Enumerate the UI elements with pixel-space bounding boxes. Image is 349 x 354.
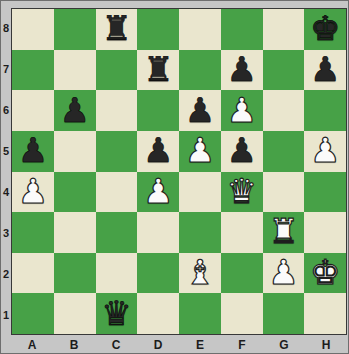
piece-black-rook[interactable]: ♜ [101,11,131,45]
square-c5[interactable] [96,131,138,172]
square-g1[interactable] [263,293,305,334]
file-label-c: C [95,337,137,352]
square-b4[interactable] [54,172,96,213]
square-e6[interactable]: ♟ [179,90,221,131]
square-g4[interactable] [263,172,305,213]
file-labels: A B C D E F G H [11,337,347,352]
square-d1[interactable] [137,293,179,334]
file-label-d: D [137,337,179,352]
square-f1[interactable] [221,293,263,334]
piece-white-pawn[interactable]: ♟ [185,133,215,167]
file-label-e: E [179,337,221,352]
piece-black-pawn[interactable]: ♟ [226,133,256,167]
square-e1[interactable] [179,293,221,334]
square-c8[interactable]: ♜ [96,9,138,50]
square-d3[interactable] [137,212,179,253]
file-label-h: H [305,337,347,352]
square-d8[interactable] [137,9,179,50]
chess-board: ♜♚♜♟♟♟♟♟♟♟♟♟♟♟♟♛♜♝♟♚♛ [11,8,347,335]
square-c3[interactable] [96,212,138,253]
square-b7[interactable] [54,50,96,91]
rank-label-5: 5 [1,131,11,172]
piece-black-rook[interactable]: ♜ [143,52,173,86]
square-a5[interactable]: ♟ [12,131,54,172]
square-a1[interactable] [12,293,54,334]
square-h7[interactable]: ♟ [304,50,346,91]
square-g2[interactable]: ♟ [263,253,305,294]
square-e7[interactable] [179,50,221,91]
file-label-b: B [53,337,95,352]
square-a6[interactable] [12,90,54,131]
square-e2[interactable]: ♝ [179,253,221,294]
square-h1[interactable] [304,293,346,334]
square-a3[interactable] [12,212,54,253]
piece-black-pawn[interactable]: ♟ [310,52,340,86]
piece-white-pawn[interactable]: ♟ [226,93,256,127]
square-c2[interactable] [96,253,138,294]
piece-black-queen[interactable]: ♛ [101,296,131,330]
square-e5[interactable]: ♟ [179,131,221,172]
square-c1[interactable]: ♛ [96,293,138,334]
square-f8[interactable] [221,9,263,50]
square-e3[interactable] [179,212,221,253]
square-c4[interactable] [96,172,138,213]
piece-white-king[interactable]: ♚ [310,255,340,289]
square-b2[interactable] [54,253,96,294]
square-d4[interactable]: ♟ [137,172,179,213]
rank-label-3: 3 [1,212,11,253]
piece-black-pawn[interactable]: ♟ [226,52,256,86]
piece-white-pawn[interactable]: ♟ [143,174,173,208]
square-e4[interactable] [179,172,221,213]
rank-label-1: 1 [1,294,11,335]
square-f6[interactable]: ♟ [221,90,263,131]
square-f7[interactable]: ♟ [221,50,263,91]
square-a8[interactable] [12,9,54,50]
rank-label-2: 2 [1,253,11,294]
square-g3[interactable]: ♜ [263,212,305,253]
square-c7[interactable] [96,50,138,91]
square-g7[interactable] [263,50,305,91]
square-b5[interactable] [54,131,96,172]
square-a2[interactable] [12,253,54,294]
square-f4[interactable]: ♛ [221,172,263,213]
file-label-a: A [11,337,53,352]
piece-white-pawn[interactable]: ♟ [18,174,48,208]
square-c6[interactable] [96,90,138,131]
square-b8[interactable] [54,9,96,50]
square-d5[interactable]: ♟ [137,131,179,172]
square-g5[interactable] [263,131,305,172]
piece-white-pawn[interactable]: ♟ [268,255,298,289]
piece-black-pawn[interactable]: ♟ [143,133,173,167]
rank-labels: 8 7 6 5 4 3 2 1 [1,8,11,335]
piece-white-rook[interactable]: ♜ [268,214,298,248]
square-h5[interactable]: ♟ [304,131,346,172]
piece-black-pawn[interactable]: ♟ [185,93,215,127]
piece-black-pawn[interactable]: ♟ [59,93,89,127]
square-d2[interactable] [137,253,179,294]
square-d6[interactable] [137,90,179,131]
piece-black-king[interactable]: ♚ [310,11,340,45]
square-b3[interactable] [54,212,96,253]
square-b1[interactable] [54,293,96,334]
piece-white-bishop[interactable]: ♝ [185,255,215,289]
square-h3[interactable] [304,212,346,253]
square-h4[interactable] [304,172,346,213]
rank-label-6: 6 [1,90,11,131]
piece-white-pawn[interactable]: ♟ [310,133,340,167]
square-b6[interactable]: ♟ [54,90,96,131]
rank-label-7: 7 [1,49,11,90]
square-f5[interactable]: ♟ [221,131,263,172]
square-h8[interactable]: ♚ [304,9,346,50]
square-a7[interactable] [12,50,54,91]
file-label-f: F [221,337,263,352]
chess-diagram: 8 7 6 5 4 3 2 1 ♜♚♜♟♟♟♟♟♟♟♟♟♟♟♟♛♜♝♟♚♛ A … [0,0,349,354]
square-d7[interactable]: ♜ [137,50,179,91]
piece-white-queen[interactable]: ♛ [226,174,256,208]
rank-label-8: 8 [1,8,11,49]
square-h2[interactable]: ♚ [304,253,346,294]
square-f2[interactable] [221,253,263,294]
square-g8[interactable] [263,9,305,50]
piece-black-pawn[interactable]: ♟ [18,133,48,167]
rank-label-4: 4 [1,172,11,213]
square-e8[interactable] [179,9,221,50]
square-f3[interactable] [221,212,263,253]
square-a4[interactable]: ♟ [12,172,54,213]
square-g6[interactable] [263,90,305,131]
file-label-g: G [263,337,305,352]
square-h6[interactable] [304,90,346,131]
